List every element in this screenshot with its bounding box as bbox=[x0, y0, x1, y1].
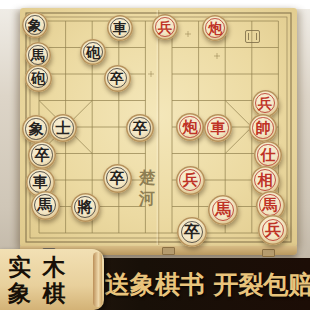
piece-ring bbox=[259, 194, 281, 216]
xiangqi-piece-black[interactable]: 卒 bbox=[104, 65, 131, 92]
xiangqi-piece-black[interactable]: 砲 bbox=[80, 39, 106, 65]
scroll-text-line2: 象 棋 bbox=[8, 280, 70, 306]
xiangqi-piece-red[interactable]: 兵 bbox=[176, 166, 205, 195]
xiangqi-piece-red[interactable]: 帥 bbox=[249, 114, 277, 142]
piece-ring bbox=[28, 45, 48, 65]
piece-ring bbox=[52, 117, 73, 138]
xiangqi-piece-black[interactable]: 卒 bbox=[28, 141, 56, 169]
pieces-layer: 象車兵炮砲馬砲卒兵炮車帥象士卒卒仕卒兵車相馬將馬馬卒兵 bbox=[0, 9, 310, 258]
scroll-text-line1: 实 木 bbox=[8, 254, 70, 280]
piece-ring bbox=[31, 144, 52, 165]
piece-ring bbox=[106, 167, 128, 189]
xiangqi-piece-red[interactable]: 炮 bbox=[176, 113, 204, 141]
xiangqi-piece-red[interactable]: 兵 bbox=[258, 215, 288, 245]
xiangqi-piece-red[interactable]: 相 bbox=[251, 166, 280, 195]
photo-area: 楚 河 象車兵炮砲馬砲卒兵炮車帥象士卒卒仕卒兵車相馬將馬馬卒兵 bbox=[0, 9, 310, 258]
xiangqi-piece-black[interactable]: 卒 bbox=[103, 164, 132, 193]
piece-ring bbox=[29, 171, 51, 193]
piece-ring bbox=[74, 196, 96, 218]
product-image: 楚 河 象車兵炮砲馬砲卒兵炮車帥象士卒卒仕卒兵車相馬將馬馬卒兵 实 木 象 棋 … bbox=[0, 0, 310, 310]
xiangqi-piece-black[interactable]: 卒 bbox=[126, 114, 154, 142]
piece-ring bbox=[257, 144, 278, 165]
xiangqi-piece-black[interactable]: 馬 bbox=[31, 191, 60, 220]
xiangqi-piece-black[interactable]: 車 bbox=[107, 15, 133, 41]
promo-text: 送象棋书 开裂包赔 bbox=[108, 258, 310, 310]
xiangqi-piece-black[interactable]: 象 bbox=[22, 115, 50, 143]
xiangqi-piece-red[interactable]: 兵 bbox=[152, 14, 178, 40]
scroll-line2-text: 象 棋 bbox=[8, 280, 66, 306]
piece-ring bbox=[34, 194, 56, 216]
xiangqi-piece-red[interactable]: 炮 bbox=[202, 15, 228, 41]
piece-ring bbox=[179, 116, 200, 137]
piece-ring bbox=[129, 117, 150, 138]
piece-ring bbox=[155, 17, 175, 37]
xiangqi-piece-black[interactable]: 將 bbox=[71, 193, 100, 222]
xiangqi-piece-black[interactable]: 士 bbox=[49, 114, 77, 142]
piece-ring bbox=[28, 68, 49, 89]
piece-ring bbox=[25, 15, 45, 35]
piece-ring bbox=[255, 93, 276, 114]
xiangqi-piece-red[interactable]: 仕 bbox=[254, 141, 282, 169]
xiangqi-piece-black[interactable]: 卒 bbox=[177, 217, 207, 247]
piece-ring bbox=[107, 68, 128, 89]
piece-ring bbox=[205, 18, 225, 38]
piece-ring bbox=[110, 18, 130, 38]
xiangqi-piece-black[interactable]: 象 bbox=[22, 12, 48, 38]
scroll-line1-text: 实 木 bbox=[8, 254, 66, 280]
piece-ring bbox=[252, 117, 273, 138]
piece-ring bbox=[179, 169, 201, 191]
xiangqi-piece-red[interactable]: 馬 bbox=[208, 195, 238, 225]
scroll-label: 实 木 象 棋 bbox=[0, 249, 104, 310]
piece-ring bbox=[254, 169, 276, 191]
xiangqi-piece-black[interactable]: 砲 bbox=[25, 65, 52, 92]
piece-ring bbox=[83, 42, 103, 62]
xiangqi-piece-red[interactable]: 兵 bbox=[252, 90, 279, 117]
xiangqi-piece-red[interactable]: 車 bbox=[204, 114, 232, 142]
piece-ring bbox=[25, 118, 46, 139]
piece-ring bbox=[207, 117, 228, 138]
